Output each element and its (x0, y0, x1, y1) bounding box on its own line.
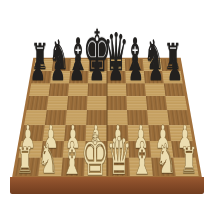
piece-black-pawn-a7: ♟ (30, 53, 46, 85)
piece-white-knight-b1: ♞ (38, 139, 58, 180)
piece-black-pawn-e7: ♟ (109, 53, 125, 85)
piece-black-pawn-f7: ♟ (128, 53, 144, 85)
chess-set-photo: ♜♞♝♚♛♝♞♜♟♟♟♟♟♟♟♟♟♟♟♟♟♟♟♟♜♞♝♚♛♝♞♜ (0, 0, 214, 214)
board-scene: ♜♞♝♚♛♝♞♜♟♟♟♟♟♟♟♟♟♟♟♟♟♟♟♟♜♞♝♚♛♝♞♜ (0, 0, 214, 214)
piece-black-pawn-c7: ♟ (69, 53, 85, 85)
piece-white-bishop-f1: ♝ (131, 136, 153, 181)
piece-white-bishop-c1: ♝ (61, 136, 83, 181)
piece-white-knight-g1: ♞ (156, 139, 176, 180)
piece-black-pawn-h7: ♟ (167, 53, 183, 85)
piece-white-rook-h1: ♜ (180, 143, 198, 179)
pieces-layer: ♜♞♝♚♛♝♞♜♟♟♟♟♟♟♟♟♟♟♟♟♟♟♟♟♜♞♝♚♛♝♞♜ (0, 0, 214, 214)
piece-black-pawn-g7: ♟ (148, 53, 164, 85)
piece-white-rook-a1: ♜ (16, 143, 34, 179)
piece-black-pawn-d7: ♟ (89, 53, 105, 85)
piece-black-pawn-b7: ♟ (50, 53, 66, 85)
piece-white-queen-e1: ♛ (106, 130, 132, 182)
